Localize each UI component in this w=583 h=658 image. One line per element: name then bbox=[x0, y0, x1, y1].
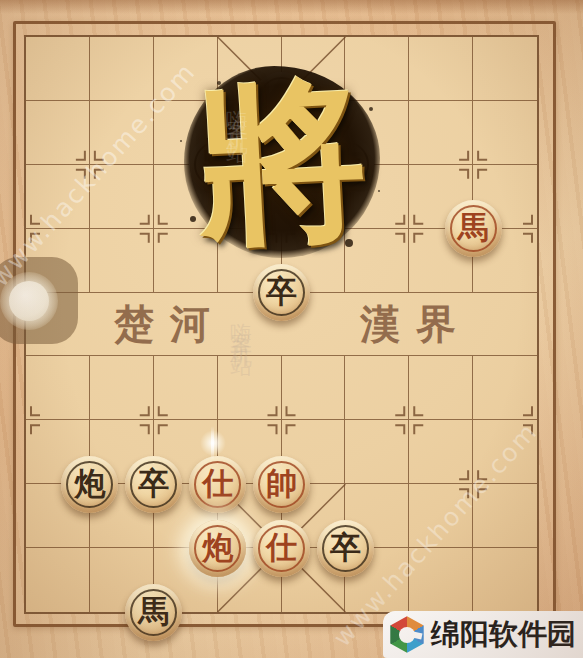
piece-red-general[interactable]: 帥 bbox=[253, 456, 310, 513]
site-logo: 绵阳软件园 bbox=[383, 611, 583, 658]
piece-red-horse[interactable]: 馬 bbox=[445, 200, 502, 257]
piece-glyph: 士 bbox=[266, 84, 297, 115]
piece-black-horse[interactable]: 馬 bbox=[125, 584, 182, 641]
piece-red-advisor[interactable]: 仕 bbox=[189, 456, 246, 513]
piece-glyph: 仕 bbox=[266, 532, 297, 563]
piece-glyph: 馬 bbox=[138, 596, 169, 627]
piece-glyph: 仕 bbox=[202, 468, 233, 499]
game-stage: 楚河 漢界 士將士馬卒炮卒仕帥炮仕卒馬 將 www.hackhome.com w… bbox=[0, 0, 583, 658]
piece-red-advisor[interactable]: 仕 bbox=[253, 520, 310, 577]
piece-glyph: 將 bbox=[202, 148, 233, 179]
piece-black-advisor[interactable]: 士 bbox=[253, 72, 310, 129]
joystick-button[interactable] bbox=[0, 257, 78, 344]
piece-black-general[interactable]: 將 bbox=[189, 136, 246, 193]
piece-glyph: 士 bbox=[330, 148, 361, 179]
piece-black-soldier[interactable]: 卒 bbox=[317, 520, 374, 577]
piece-glyph: 卒 bbox=[330, 532, 361, 563]
piece-black-cannon[interactable]: 炮 bbox=[61, 456, 118, 513]
river-label-chu: 楚河 bbox=[114, 292, 226, 356]
piece-red-cannon[interactable]: 炮 bbox=[189, 520, 246, 577]
piece-black-advisor[interactable]: 士 bbox=[317, 136, 374, 193]
piece-glyph: 炮 bbox=[74, 468, 105, 499]
xiangqi-board[interactable]: 楚河 漢界 士將士馬卒炮卒仕帥炮仕卒馬 bbox=[24, 35, 539, 614]
piece-glyph: 帥 bbox=[266, 468, 297, 499]
piece-black-soldier[interactable]: 卒 bbox=[125, 456, 182, 513]
piece-glyph: 炮 bbox=[202, 532, 233, 563]
logo-pinwheel-icon bbox=[388, 616, 426, 654]
river-label-han: 漢界 bbox=[360, 292, 472, 356]
piece-glyph: 卒 bbox=[138, 468, 169, 499]
joystick-knob[interactable] bbox=[9, 281, 49, 321]
piece-glyph: 卒 bbox=[266, 276, 297, 307]
piece-black-soldier[interactable]: 卒 bbox=[253, 264, 310, 321]
piece-glyph: 馬 bbox=[458, 212, 489, 243]
logo-text: 绵阳软件园 bbox=[431, 615, 576, 655]
